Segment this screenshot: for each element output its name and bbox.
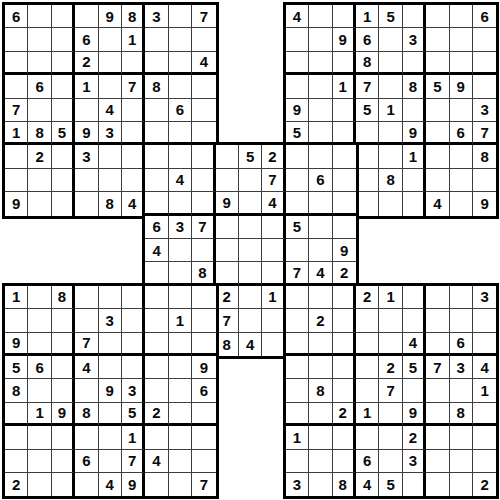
sudoku-cell-center-r4c8[interactable] xyxy=(309,216,332,239)
sudoku-cell-top-right-r3c8[interactable] xyxy=(450,52,473,75)
sudoku-cell-top-right-r2c7[interactable] xyxy=(426,28,449,51)
sudoku-cell-bottom-right-r1c9: 3 xyxy=(473,286,496,309)
sudoku-cell-top-right-r1c3[interactable] xyxy=(333,5,356,28)
sudoku-cell-bottom-right-r9c3: 8 xyxy=(333,473,356,496)
sudoku-cell-center-r5c3[interactable] xyxy=(192,239,215,262)
sudoku-cell-bottom-left-r1c8[interactable] xyxy=(169,286,192,309)
sudoku-cell-bottom-left-r1c6[interactable] xyxy=(122,286,145,309)
sudoku-cell-top-right-r5c3[interactable] xyxy=(333,99,356,122)
sudoku-cell-top-right-r1c1: 4 xyxy=(286,5,309,28)
sudoku-cell-top-right-r4c9[interactable] xyxy=(473,75,496,98)
sudoku-cell-top-right-r9c5[interactable] xyxy=(379,192,402,215)
sudoku-cell-bottom-left-r7c5[interactable] xyxy=(99,426,122,449)
sudoku-cell-bottom-left-r2c5: 3 xyxy=(99,309,122,332)
sudoku-cell-top-right-r6c5[interactable] xyxy=(379,122,402,145)
sudoku-cell-bottom-left-r2c6[interactable] xyxy=(122,309,145,332)
sudoku-cell-bottom-left-r3c8[interactable] xyxy=(169,333,192,356)
sudoku-cell-bottom-left-r3c7[interactable] xyxy=(145,333,168,356)
sudoku-cell-bottom-right-r1c8[interactable] xyxy=(450,286,473,309)
sudoku-cell-top-left-r3c3[interactable] xyxy=(52,52,75,75)
sudoku-cell-top-right-r8c9[interactable] xyxy=(473,169,496,192)
sudoku-cell-bottom-right-r2c6[interactable] xyxy=(403,309,426,332)
sudoku-cell-bottom-left-r7c4[interactable] xyxy=(75,426,98,449)
sudoku-cell-top-left-r6c5: 3 xyxy=(99,122,122,145)
sudoku-cell-top-right-r9c8[interactable] xyxy=(450,192,473,215)
sudoku-cell-center-r2c8: 6 xyxy=(309,169,332,192)
sudoku-cell-top-right-r9c7: 4 xyxy=(426,192,449,215)
sudoku-cell-bottom-right-r8c3[interactable] xyxy=(333,450,356,473)
sudoku-cell-bottom-left-r4c9: 9 xyxy=(192,356,215,379)
sudoku-cell-bottom-left-r5c4[interactable] xyxy=(75,379,98,402)
sudoku-cell-bottom-right-r6c3: 2 xyxy=(333,403,356,426)
sudoku-cell-center-r3c3[interactable] xyxy=(192,192,215,215)
sudoku-cell-bottom-right-r5c3[interactable] xyxy=(333,379,356,402)
sudoku-cell-top-left-r3c4: 2 xyxy=(75,52,98,75)
sudoku-cell-top-left-r3c2[interactable] xyxy=(28,52,51,75)
sudoku-cell-center-r8c5[interactable] xyxy=(239,309,262,332)
sudoku-cell-top-right-r2c1[interactable] xyxy=(286,28,309,51)
sudoku-cell-bottom-left-r2c9[interactable] xyxy=(192,309,215,332)
sudoku-cell-center-r9c4: 8 xyxy=(216,333,239,356)
sudoku-cell-center-r5c1: 4 xyxy=(145,239,168,262)
sudoku-cell-bottom-left-r8c2[interactable] xyxy=(28,450,51,473)
sudoku-cell-top-right-r1c4: 1 xyxy=(356,5,379,28)
sudoku-cell-center-r7c5[interactable] xyxy=(239,286,262,309)
sudoku-cell-bottom-left-r2c8: 1 xyxy=(169,309,192,332)
sudoku-cell-bottom-right-r4c7: 7 xyxy=(426,356,449,379)
sudoku-cell-bottom-left-r8c6: 7 xyxy=(122,450,145,473)
sudoku-cell-top-right-r9c4[interactable] xyxy=(356,192,379,215)
sudoku-cell-center-r5c5[interactable] xyxy=(239,239,262,262)
sudoku-cell-bottom-right-r8c7[interactable] xyxy=(426,450,449,473)
sudoku-cell-top-right-r2c4: 6 xyxy=(356,28,379,51)
sudoku-cell-bottom-left-r1c7[interactable] xyxy=(145,286,168,309)
sudoku-cell-bottom-left-r5c2[interactable] xyxy=(28,379,51,402)
sudoku-cell-top-right-r8c6[interactable] xyxy=(403,169,426,192)
sudoku-cell-top-right-r9c6[interactable] xyxy=(403,192,426,215)
sudoku-cell-bottom-left-r7c1[interactable] xyxy=(5,426,28,449)
sudoku-cell-bottom-right-r1c2[interactable] xyxy=(309,286,332,309)
sudoku-cell-bottom-left-r7c8[interactable] xyxy=(169,426,192,449)
sudoku-cell-bottom-right-r9c9: 2 xyxy=(473,473,496,496)
sudoku-cell-top-right-r2c5[interactable] xyxy=(379,28,402,51)
sudoku-cell-top-right-r7c9: 8 xyxy=(473,145,496,168)
sudoku-cell-bottom-right-r1c3[interactable] xyxy=(333,286,356,309)
sudoku-cell-top-right-r7c4[interactable] xyxy=(356,145,379,168)
sudoku-cell-bottom-right-r5c5: 7 xyxy=(379,379,402,402)
sudoku-cell-top-left-r4c8[interactable] xyxy=(169,75,192,98)
sudoku-cell-bottom-left-r6c9[interactable] xyxy=(192,403,215,426)
sudoku-cell-bottom-right-r1c1[interactable] xyxy=(286,286,309,309)
sudoku-cell-top-right-r1c7[interactable] xyxy=(426,5,449,28)
sudoku-cell-top-left-r6c2: 8 xyxy=(28,122,51,145)
sudoku-cell-bottom-right-r5c2: 8 xyxy=(309,379,332,402)
sudoku-cell-bottom-right-r8c5[interactable] xyxy=(379,450,402,473)
sudoku-cell-top-left-r3c7[interactable] xyxy=(145,52,168,75)
sudoku-cell-bottom-left-r2c1[interactable] xyxy=(5,309,28,332)
sudoku-cell-top-left-r3c8[interactable] xyxy=(169,52,192,75)
sudoku-cell-top-left-r5c1: 7 xyxy=(5,99,28,122)
sudoku-cell-center-r5c4[interactable] xyxy=(216,239,239,262)
sudoku-cell-center-r2c9[interactable] xyxy=(333,169,356,192)
sudoku-cell-bottom-right-r1c7[interactable] xyxy=(426,286,449,309)
sudoku-cell-top-right-r3c1[interactable] xyxy=(286,52,309,75)
sudoku-cell-bottom-right-r3c9[interactable] xyxy=(473,333,496,356)
sudoku-cell-bottom-right-r7c9[interactable] xyxy=(473,426,496,449)
sudoku-cell-bottom-left-r3c2[interactable] xyxy=(28,333,51,356)
sudoku-cell-top-left-r5c9[interactable] xyxy=(192,99,215,122)
sudoku-cell-top-right-r5c7[interactable] xyxy=(426,99,449,122)
sudoku-cell-bottom-left-r4c3[interactable] xyxy=(52,356,75,379)
sudoku-cell-bottom-right-r1c6[interactable] xyxy=(403,286,426,309)
sudoku-cell-top-left-r2c3[interactable] xyxy=(52,28,75,51)
sudoku-cell-bottom-right-r2c3[interactable] xyxy=(333,309,356,332)
sudoku-cell-bottom-left-r2c7[interactable] xyxy=(145,309,168,332)
sudoku-cell-bottom-left-r8c7: 4 xyxy=(145,450,168,473)
sudoku-cell-center-r1c3[interactable] xyxy=(192,145,215,168)
sudoku-cell-top-right-r3c4: 8 xyxy=(356,52,379,75)
sudoku-cell-top-left-r9c1: 9 xyxy=(5,192,28,215)
sudoku-cell-bottom-right-r7c8[interactable] xyxy=(450,426,473,449)
sudoku-cell-bottom-left-r7c3[interactable] xyxy=(52,426,75,449)
sudoku-cell-top-left-r9c2[interactable] xyxy=(28,192,51,215)
sudoku-cell-top-right-r5c5: 1 xyxy=(379,99,402,122)
sudoku-cell-top-right-r3c3[interactable] xyxy=(333,52,356,75)
sudoku-cell-bottom-left-r3c3[interactable] xyxy=(52,333,75,356)
sudoku-cell-bottom-left-r1c4[interactable] xyxy=(75,286,98,309)
sudoku-cell-top-left-r8c3[interactable] xyxy=(52,169,75,192)
sudoku-cell-top-left-r4c3[interactable] xyxy=(52,75,75,98)
sudoku-cell-center-r3c5[interactable] xyxy=(239,192,262,215)
sudoku-cell-bottom-right-r4c6: 5 xyxy=(403,356,426,379)
sudoku-cell-bottom-right-r5c6[interactable] xyxy=(403,379,426,402)
sudoku-cell-bottom-left-r6c1[interactable] xyxy=(5,403,28,426)
sudoku-cell-bottom-right-r3c7[interactable] xyxy=(426,333,449,356)
sudoku-cell-top-right-r8c8[interactable] xyxy=(450,169,473,192)
sudoku-cell-top-right-r1c2[interactable] xyxy=(309,5,332,28)
sudoku-cell-top-left-r7c3[interactable] xyxy=(52,145,75,168)
sudoku-cell-bottom-left-r2c2[interactable] xyxy=(28,309,51,332)
sudoku-cell-center-r1c2[interactable] xyxy=(169,145,192,168)
sudoku-cell-bottom-left-r5c8[interactable] xyxy=(169,379,192,402)
sudoku-cell-top-left-r2c9[interactable] xyxy=(192,28,215,51)
sudoku-cell-top-left-r3c1[interactable] xyxy=(5,52,28,75)
sudoku-cell-top-right-r7c5[interactable] xyxy=(379,145,402,168)
sudoku-cell-top-right-r4c2[interactable] xyxy=(309,75,332,98)
sudoku-cell-top-left-r9c3[interactable] xyxy=(52,192,75,215)
sudoku-cell-top-left-r4c7: 8 xyxy=(145,75,168,98)
sudoku-cell-bottom-right-r7c5[interactable] xyxy=(379,426,402,449)
sudoku-cell-bottom-left-r6c6: 5 xyxy=(122,403,145,426)
sudoku-cell-top-right-r2c8[interactable] xyxy=(450,28,473,51)
sudoku-cell-top-right-r5c2[interactable] xyxy=(309,99,332,122)
sudoku-cell-top-left-r8c4[interactable] xyxy=(75,169,98,192)
sudoku-cell-bottom-right-r7c7[interactable] xyxy=(426,426,449,449)
sudoku-cell-top-right-r1c8[interactable] xyxy=(450,5,473,28)
sudoku-cell-top-left-r1c8[interactable] xyxy=(169,5,192,28)
sudoku-cell-center-r4c4[interactable] xyxy=(216,216,239,239)
sudoku-cell-bottom-right-r4c3[interactable] xyxy=(333,356,356,379)
sudoku-cell-bottom-left-r3c6[interactable] xyxy=(122,333,145,356)
sudoku-cell-center-r5c2[interactable] xyxy=(169,239,192,262)
sudoku-cell-bottom-right-r9c8[interactable] xyxy=(450,473,473,496)
sudoku-cell-bottom-left-r5c1: 8 xyxy=(5,379,28,402)
sudoku-cell-bottom-left-r2c3[interactable] xyxy=(52,309,75,332)
sudoku-cell-top-right-r1c6[interactable] xyxy=(403,5,426,28)
sudoku-cell-top-left-r5c6[interactable] xyxy=(122,99,145,122)
sudoku-cell-top-left-r5c3[interactable] xyxy=(52,99,75,122)
sudoku-cell-top-left-r9c4[interactable] xyxy=(75,192,98,215)
sudoku-cell-top-right-r3c7[interactable] xyxy=(426,52,449,75)
sudoku-cell-center-r1c9[interactable] xyxy=(333,145,356,168)
sudoku-cell-top-left-r8c1[interactable] xyxy=(5,169,28,192)
sudoku-cell-center-r2c3[interactable] xyxy=(192,169,215,192)
sudoku-cell-top-right-r8c7[interactable] xyxy=(426,169,449,192)
sudoku-cell-bottom-left-r8c3[interactable] xyxy=(52,450,75,473)
sudoku-cell-bottom-right-r7c2[interactable] xyxy=(309,426,332,449)
sudoku-cell-bottom-right-r9c2[interactable] xyxy=(309,473,332,496)
sudoku-cell-bottom-left-r8c8[interactable] xyxy=(169,450,192,473)
sudoku-cell-bottom-right-r9c5: 5 xyxy=(379,473,402,496)
sudoku-cell-center-r4c3: 7 xyxy=(192,216,215,239)
sudoku-cell-top-right-r6c4[interactable] xyxy=(356,122,379,145)
sudoku-cell-bottom-left-r9c2[interactable] xyxy=(28,473,51,496)
sudoku-cell-top-left-r2c7[interactable] xyxy=(145,28,168,51)
sudoku-cell-bottom-right-r3c4[interactable] xyxy=(356,333,379,356)
sudoku-cell-bottom-left-r3c9[interactable] xyxy=(192,333,215,356)
sudoku-cell-center-r1c1[interactable] xyxy=(145,145,168,168)
sudoku-cell-bottom-right-r8c9[interactable] xyxy=(473,450,496,473)
sudoku-cell-top-right-r1c5: 5 xyxy=(379,5,402,28)
sudoku-cell-bottom-right-r8c2[interactable] xyxy=(309,450,332,473)
sudoku-cell-bottom-left-r3c5[interactable] xyxy=(99,333,122,356)
sudoku-cell-center-r1c8[interactable] xyxy=(309,145,332,168)
sudoku-cell-center-r2c1[interactable] xyxy=(145,169,168,192)
sudoku-cell-bottom-left-r7c9[interactable] xyxy=(192,426,215,449)
sudoku-cell-top-left-r1c2[interactable] xyxy=(28,5,51,28)
sudoku-cell-top-right-r5c9: 3 xyxy=(473,99,496,122)
sudoku-cell-top-left-r4c1[interactable] xyxy=(5,75,28,98)
sudoku-cell-bottom-left-r9c6: 9 xyxy=(122,473,145,496)
sudoku-cell-center-r2c5[interactable] xyxy=(239,169,262,192)
sudoku-cell-top-left-r6c3: 5 xyxy=(52,122,75,145)
sudoku-cell-bottom-left-r5c6: 3 xyxy=(122,379,145,402)
sudoku-cell-center-r5c6[interactable] xyxy=(262,239,285,262)
sudoku-cell-bottom-left-r6c7: 2 xyxy=(145,403,168,426)
sudoku-cell-top-left-r1c1: 6 xyxy=(5,5,28,28)
grid-bottom-right: 213246257348712198126338452 xyxy=(283,283,500,500)
sudoku-cell-top-left-r8c5[interactable] xyxy=(99,169,122,192)
sudoku-cell-bottom-right-r5c4[interactable] xyxy=(356,379,379,402)
sudoku-cell-bottom-left-r6c2: 1 xyxy=(28,403,51,426)
sudoku-cell-top-right-r3c6[interactable] xyxy=(403,52,426,75)
sudoku-cell-bottom-right-r8c1[interactable] xyxy=(286,450,309,473)
sudoku-cell-center-r4c5[interactable] xyxy=(239,216,262,239)
sudoku-cell-top-left-r5c4[interactable] xyxy=(75,99,98,122)
sudoku-cell-bottom-right-r2c1[interactable] xyxy=(286,309,309,332)
sudoku-cell-bottom-left-r1c2[interactable] xyxy=(28,286,51,309)
sudoku-cell-bottom-right-r6c9[interactable] xyxy=(473,403,496,426)
sudoku-cell-center-r5c7[interactable] xyxy=(286,239,309,262)
sudoku-cell-bottom-right-r3c5[interactable] xyxy=(379,333,402,356)
sudoku-cell-bottom-left-r4c6[interactable] xyxy=(122,356,145,379)
sudoku-cell-bottom-right-r3c1[interactable] xyxy=(286,333,309,356)
sudoku-cell-bottom-left-r9c4[interactable] xyxy=(75,473,98,496)
sudoku-cell-center-r7c4: 2 xyxy=(216,286,239,309)
sudoku-cell-bottom-right-r5c7[interactable] xyxy=(426,379,449,402)
sudoku-cell-bottom-left-r1c9[interactable] xyxy=(192,286,215,309)
sudoku-cell-bottom-left-r8c5[interactable] xyxy=(99,450,122,473)
sudoku-cell-bottom-left-r7c7[interactable] xyxy=(145,426,168,449)
sudoku-cell-top-left-r2c8[interactable] xyxy=(169,28,192,51)
sudoku-cell-center-r3c9[interactable] xyxy=(333,192,356,215)
sudoku-cell-center-r4c2: 3 xyxy=(169,216,192,239)
sudoku-cell-center-r8c4: 7 xyxy=(216,309,239,332)
sudoku-cell-top-left-r5c2[interactable] xyxy=(28,99,51,122)
sudoku-cell-center-r1c6: 2 xyxy=(262,145,285,168)
sudoku-cell-bottom-right-r6c7[interactable] xyxy=(426,403,449,426)
sudoku-cell-center-r3c7[interactable] xyxy=(286,192,309,215)
sudoku-cell-bottom-right-r2c4[interactable] xyxy=(356,309,379,332)
sudoku-cell-top-right-r4c1[interactable] xyxy=(286,75,309,98)
sudoku-cell-bottom-left-r3c4: 7 xyxy=(75,333,98,356)
sudoku-cell-bottom-left-r9c7[interactable] xyxy=(145,473,168,496)
sudoku-cell-bottom-right-r7c6: 2 xyxy=(403,426,426,449)
sudoku-cell-bottom-left-r4c7[interactable] xyxy=(145,356,168,379)
sudoku-cell-top-left-r2c1[interactable] xyxy=(5,28,28,51)
sudoku-cell-top-right-r8c5: 8 xyxy=(379,169,402,192)
sudoku-cell-center-r6c5[interactable] xyxy=(239,262,262,285)
sudoku-cell-top-right-r2c9[interactable] xyxy=(473,28,496,51)
sudoku-cell-bottom-right-r2c7[interactable] xyxy=(426,309,449,332)
sudoku-cell-top-left-r9c5: 8 xyxy=(99,192,122,215)
sudoku-cell-top-right-r5c6[interactable] xyxy=(403,99,426,122)
sudoku-cell-bottom-right-r6c2[interactable] xyxy=(309,403,332,426)
sudoku-cell-top-right-r7c7[interactable] xyxy=(426,145,449,168)
sudoku-cell-bottom-right-r4c1[interactable] xyxy=(286,356,309,379)
sudoku-cell-top-left-r6c4: 9 xyxy=(75,122,98,145)
sudoku-cell-center-r2c7[interactable] xyxy=(286,169,309,192)
sudoku-cell-bottom-right-r8c6: 3 xyxy=(403,450,426,473)
sudoku-cell-top-right-r8c4[interactable] xyxy=(356,169,379,192)
sudoku-cell-center-r1c7[interactable] xyxy=(286,145,309,168)
sudoku-cell-bottom-left-r8c9[interactable] xyxy=(192,450,215,473)
sudoku-cell-top-right-r6c7[interactable] xyxy=(426,122,449,145)
sudoku-cell-center-r6c4[interactable] xyxy=(216,262,239,285)
sudoku-cell-bottom-right-r3c2[interactable] xyxy=(309,333,332,356)
sudoku-cell-bottom-right-r2c8[interactable] xyxy=(450,309,473,332)
sudoku-cell-top-left-r2c2[interactable] xyxy=(28,28,51,51)
sudoku-cell-center-r4c6[interactable] xyxy=(262,216,285,239)
sudoku-cell-bottom-left-r5c9: 6 xyxy=(192,379,215,402)
sudoku-cell-top-left-r3c5[interactable] xyxy=(99,52,122,75)
sudoku-cell-top-left-r8c2[interactable] xyxy=(28,169,51,192)
sudoku-cell-top-left-r7c5[interactable] xyxy=(99,145,122,168)
sudoku-cell-top-right-r3c5[interactable] xyxy=(379,52,402,75)
sudoku-cell-center-r3c8[interactable] xyxy=(309,192,332,215)
sudoku-cell-bottom-right-r8c4: 6 xyxy=(356,450,379,473)
sudoku-cell-bottom-right-r6c4: 1 xyxy=(356,403,379,426)
sudoku-cell-top-right-r1c9: 6 xyxy=(473,5,496,28)
sudoku-cell-bottom-right-r9c7[interactable] xyxy=(426,473,449,496)
sudoku-cell-bottom-right-r9c6[interactable] xyxy=(403,473,426,496)
sudoku-cell-center-r3c2[interactable] xyxy=(169,192,192,215)
sudoku-cell-bottom-right-r7c1: 1 xyxy=(286,426,309,449)
sudoku-cell-top-right-r3c2[interactable] xyxy=(309,52,332,75)
sudoku-cell-bottom-left-r2c4[interactable] xyxy=(75,309,98,332)
sudoku-cell-top-left-r4c5[interactable] xyxy=(99,75,122,98)
sudoku-cell-bottom-right-r7c3[interactable] xyxy=(333,426,356,449)
sudoku-cell-top-left-r3c6[interactable] xyxy=(122,52,145,75)
sudoku-cell-bottom-left-r5c3[interactable] xyxy=(52,379,75,402)
sudoku-cell-bottom-left-r6c5[interactable] xyxy=(99,403,122,426)
sudoku-cell-bottom-left-r4c5[interactable] xyxy=(99,356,122,379)
sudoku-cell-top-left-r4c9[interactable] xyxy=(192,75,215,98)
sudoku-cell-bottom-left-r8c1[interactable] xyxy=(5,450,28,473)
sudoku-cell-center-r5c9: 9 xyxy=(333,239,356,262)
sudoku-cell-center-r3c4: 9 xyxy=(216,192,239,215)
sudoku-cell-top-right-r2c2[interactable] xyxy=(309,28,332,51)
sudoku-cell-bottom-right-r2c9[interactable] xyxy=(473,309,496,332)
sudoku-cell-top-right-r4c5[interactable] xyxy=(379,75,402,98)
sudoku-cell-top-left-r1c6: 8 xyxy=(122,5,145,28)
sudoku-cell-top-right-r5c8[interactable] xyxy=(450,99,473,122)
sudoku-cell-top-left-r5c7[interactable] xyxy=(145,99,168,122)
sudoku-cell-top-left-r1c4[interactable] xyxy=(75,5,98,28)
sudoku-cell-bottom-right-r7c4[interactable] xyxy=(356,426,379,449)
sudoku-cell-bottom-right-r4c4[interactable] xyxy=(356,356,379,379)
sudoku-cell-top-left-r2c6: 1 xyxy=(122,28,145,51)
sudoku-cell-bottom-left-r6c8[interactable] xyxy=(169,403,192,426)
sudoku-cell-top-right-r7c8[interactable] xyxy=(450,145,473,168)
sudoku-cell-bottom-right-r4c2[interactable] xyxy=(309,356,332,379)
sudoku-cell-bottom-right-r8c8[interactable] xyxy=(450,450,473,473)
sudoku-cell-top-right-r5c1: 9 xyxy=(286,99,309,122)
sudoku-cell-bottom-left-r7c2[interactable] xyxy=(28,426,51,449)
sudoku-cell-bottom-left-r4c8[interactable] xyxy=(169,356,192,379)
sudoku-cell-center-r4c9[interactable] xyxy=(333,216,356,239)
sudoku-cell-center-r3c1[interactable] xyxy=(145,192,168,215)
sudoku-cell-bottom-left-r9c8[interactable] xyxy=(169,473,192,496)
sudoku-cell-bottom-left-r4c4: 4 xyxy=(75,356,98,379)
sudoku-cell-bottom-right-r1c4: 2 xyxy=(356,286,379,309)
sudoku-cell-bottom-right-r5c1[interactable] xyxy=(286,379,309,402)
sudoku-cell-bottom-right-r3c8: 6 xyxy=(450,333,473,356)
sudoku-cell-bottom-left-r5c7[interactable] xyxy=(145,379,168,402)
sudoku-cell-bottom-left-r1c5[interactable] xyxy=(99,286,122,309)
sudoku-cell-center-r1c4[interactable] xyxy=(216,145,239,168)
sudoku-cell-top-right-r4c3: 1 xyxy=(333,75,356,98)
sudoku-cell-center-r5c8[interactable] xyxy=(309,239,332,262)
sudoku-cell-top-right-r3c9[interactable] xyxy=(473,52,496,75)
sudoku-cell-top-left-r7c1[interactable] xyxy=(5,145,28,168)
sudoku-cell-top-left-r2c5[interactable] xyxy=(99,28,122,51)
sudoku-cell-top-left-r7c4: 3 xyxy=(75,145,98,168)
sudoku-cell-top-left-r1c5: 9 xyxy=(99,5,122,28)
sudoku-cell-bottom-left-r9c3[interactable] xyxy=(52,473,75,496)
sudoku-cell-bottom-right-r2c5[interactable] xyxy=(379,309,402,332)
sudoku-cell-center-r2c4[interactable] xyxy=(216,169,239,192)
sudoku-cell-center-r4c7: 5 xyxy=(286,216,309,239)
sudoku-cell-bottom-right-r6c1[interactable] xyxy=(286,403,309,426)
sudoku-cell-top-right-r9c9: 9 xyxy=(473,192,496,215)
sudoku-cell-top-right-r6c9: 7 xyxy=(473,122,496,145)
sudoku-cell-bottom-right-r5c8[interactable] xyxy=(450,379,473,402)
sudoku-cell-bottom-right-r4c8: 3 xyxy=(450,356,473,379)
sudoku-cell-bottom-right-r6c5[interactable] xyxy=(379,403,402,426)
sudoku-cell-top-left-r1c3[interactable] xyxy=(52,5,75,28)
sudoku-cell-bottom-right-r3c3[interactable] xyxy=(333,333,356,356)
